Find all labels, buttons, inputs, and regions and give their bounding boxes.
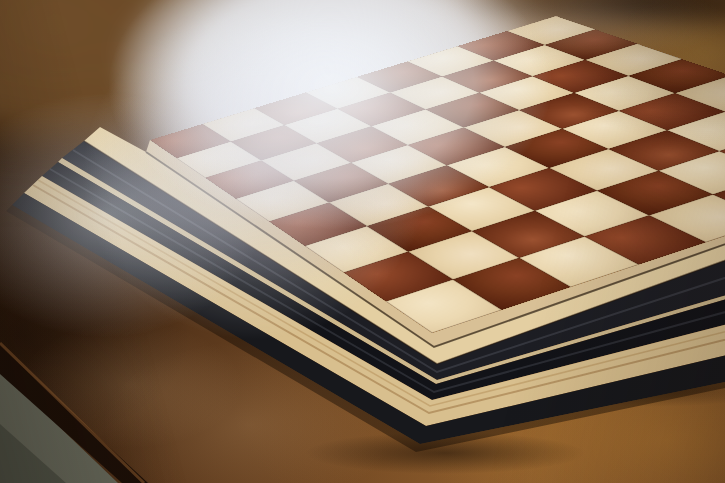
scene	[0, 0, 725, 483]
